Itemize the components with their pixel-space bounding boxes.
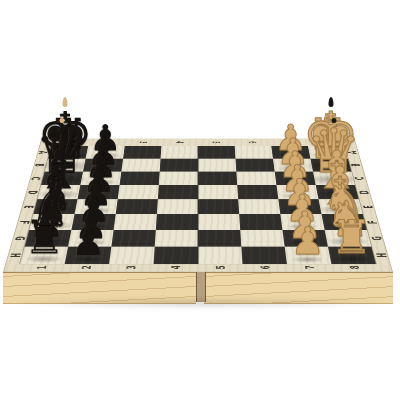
piece-glyph: ♟: [289, 223, 327, 260]
piece-glyph: ♜: [329, 215, 375, 260]
piece-glyph: ♜: [22, 215, 68, 260]
queen-ball-finial: [60, 118, 65, 123]
piece-shadow: [292, 256, 324, 263]
chess-set-photo: AABBCCDDEEFFGGHH1122334455667788 ♜♚♛♝♝♞♞…: [0, 0, 400, 400]
black-pawn-h2[interactable]: ♟: [69, 223, 107, 261]
white-pawn-h7[interactable]: ♟: [289, 223, 327, 261]
piece-shadow: [72, 256, 104, 263]
white-rook-h8[interactable]: ♜: [329, 215, 375, 261]
black-rook-h1[interactable]: ♜: [22, 215, 68, 261]
king-finial: [63, 97, 68, 107]
piece-glyph: ♟: [69, 223, 107, 260]
queen-ball-finial: [331, 118, 336, 123]
king-finial: [328, 97, 333, 107]
pieces-layer: ♜♚♛♝♝♞♞♜♟♟♟♟♟♟♟♟♟♟♟♟♟♟♟♟♜♚♛♝♝♞♞♜: [0, 0, 400, 400]
